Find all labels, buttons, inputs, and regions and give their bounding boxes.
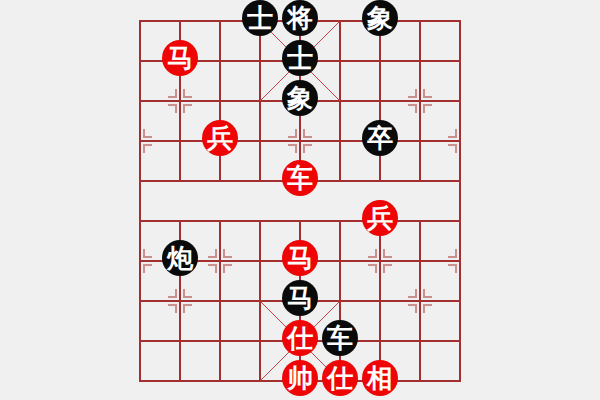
piece-black-chariot[interactable]: 车 <box>322 320 358 356</box>
piece-black-cannon[interactable]: 炮 <box>162 240 198 276</box>
piece-black-elephant[interactable]: 象 <box>362 0 398 36</box>
xiangqi-screenshot: 士将象马士象兵卒车兵炮马马仕车帅仕相 <box>0 0 600 400</box>
piece-red-chariot[interactable]: 车 <box>282 160 318 196</box>
piece-red-horse[interactable]: 马 <box>162 40 198 76</box>
piece-black-horse[interactable]: 马 <box>282 280 318 316</box>
piece-red-general[interactable]: 帅 <box>282 360 318 396</box>
piece-red-soldier[interactable]: 兵 <box>362 200 398 236</box>
piece-black-advisor[interactable]: 士 <box>242 0 278 36</box>
piece-red-advisor[interactable]: 仕 <box>282 320 318 356</box>
piece-black-soldier[interactable]: 卒 <box>362 120 398 156</box>
piece-red-horse[interactable]: 马 <box>282 240 318 276</box>
xiangqi-board[interactable]: 士将象马士象兵卒车兵炮马马仕车帅仕相 <box>120 1 480 400</box>
piece-red-soldier[interactable]: 兵 <box>202 120 238 156</box>
piece-black-elephant[interactable]: 象 <box>282 80 318 116</box>
piece-red-elephant[interactable]: 相 <box>362 360 398 396</box>
piece-black-advisor[interactable]: 士 <box>282 40 318 76</box>
piece-red-advisor[interactable]: 仕 <box>322 360 358 396</box>
piece-black-general[interactable]: 将 <box>282 0 318 36</box>
